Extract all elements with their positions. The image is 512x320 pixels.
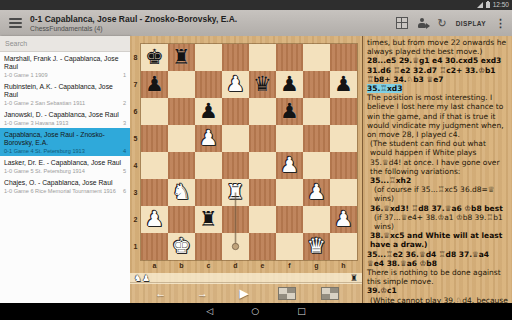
player-mode-icon[interactable] [417, 18, 428, 29]
game-list-item[interactable]: Lasker, Dr. E. - Capablanca, Jose Raul1-… [0, 156, 130, 176]
square-b5[interactable] [168, 125, 195, 152]
square-f8[interactable] [276, 44, 303, 71]
square-h5[interactable] [330, 125, 357, 152]
game-list: Marshall, Frank J. - Capablanca, Jose Ra… [0, 52, 130, 196]
game-result-event: 1-0 Game 2 San Sebastian 1911 [4, 100, 85, 106]
file-label-h: h [330, 261, 357, 271]
android-back-button[interactable]: ◁ [206, 303, 213, 320]
square-d6[interactable] [222, 98, 249, 125]
square-f7[interactable]: ♟ [276, 71, 303, 98]
square-h6[interactable] [330, 98, 357, 125]
square-a5[interactable] [141, 125, 168, 152]
game-title: Marshall, Frank J. - Capablanca, Jose Ra… [4, 55, 126, 71]
file-label-a: a [141, 261, 168, 271]
square-g7[interactable] [303, 71, 330, 98]
square-a2[interactable]: ♟ [141, 206, 168, 233]
move-text-line[interactable]: 36.♕xd3! ♖d8 37.♕a6 ♔b8 best [367, 204, 508, 213]
comment-text-line[interactable]: (if 37...♕e4+ 38.♔a1 ♔b8 39.♖b1 wins) [367, 213, 508, 231]
comment-text-line[interactable]: (The student can find out what would hap… [367, 139, 508, 176]
white-pawn-piece: ♟ [280, 152, 299, 179]
black-rook-piece: ♜ [172, 44, 191, 71]
current-move-highlight[interactable]: 35.♖xd3 [367, 84, 402, 93]
chess-board[interactable]: ♚♜♟♟♛♟♟♟♟♟♟♞♜♟♟♜♟♚♛ [141, 44, 357, 260]
status-bar: 12:50 [0, 0, 512, 10]
main-content: Search Marshall, Frank J. - Capablanca, … [0, 36, 512, 303]
square-g6[interactable] [303, 98, 330, 125]
chessboard-icon-button-1[interactable] [278, 287, 296, 300]
game-index: 1 [123, 72, 126, 78]
square-g8[interactable] [303, 44, 330, 71]
square-g4[interactable] [303, 152, 330, 179]
android-home-button[interactable]: ○ [251, 303, 259, 320]
rank-label-2: 2 [130, 206, 141, 233]
prev-move-button[interactable]: ← [153, 283, 169, 303]
game-result-event: 1-0 Game 5 St. Petersburg 1914 [4, 168, 85, 174]
display-button[interactable]: DISPLAY [456, 20, 486, 27]
file-labels: abcdefgh [141, 261, 357, 271]
app-header: 0-1 Capablanca, Jose Raul - Znosko-Borov… [0, 10, 512, 37]
square-e5[interactable] [249, 125, 276, 152]
square-e1[interactable] [249, 233, 276, 260]
move-text-line[interactable]: 35.♖xd3 [367, 84, 508, 93]
white-pawn-piece: ♟ [334, 206, 353, 233]
white-knight-piece: ♞ [172, 179, 191, 206]
android-recents-button[interactable]: □ [297, 303, 306, 320]
square-b8[interactable]: ♜ [168, 44, 195, 71]
square-d4[interactable] [222, 152, 249, 179]
square-g3[interactable]: ♟ [303, 179, 330, 206]
engine-analysis-icon[interactable]: ↻ [437, 18, 446, 29]
square-h8[interactable] [330, 44, 357, 71]
square-c7[interactable] [195, 71, 222, 98]
square-c6[interactable]: ♟ [195, 98, 222, 125]
black-pawn-piece: ♟ [280, 98, 299, 125]
square-b2[interactable] [168, 206, 195, 233]
move-text-line[interactable]: 35...♖xh2 [367, 176, 508, 185]
board-view-icon[interactable] [396, 17, 408, 29]
comment-text-line[interactable]: (of course if 35...♖xc5 36.d8=♕ wins) [367, 185, 508, 203]
game-title: Janowski, D. - Capablanca, Jose Raul [4, 111, 126, 119]
square-h2[interactable]: ♟ [330, 206, 357, 233]
game-result-event: 1-0 Game 3 Havana 1913 [4, 120, 68, 126]
notation-panel[interactable]: times, but from move 22 onwards he alway… [362, 36, 512, 303]
file-label-g: g [303, 261, 330, 271]
square-d1[interactable] [222, 233, 249, 260]
chess-pgn-app-screen: 12:50 0-1 Capablanca, Jose Raul - Znosko… [0, 0, 512, 320]
square-f4[interactable]: ♟ [276, 152, 303, 179]
rank-label-4: 4 [130, 152, 141, 179]
rank-label-7: 7 [130, 71, 141, 98]
rank-label-1: 1 [130, 233, 141, 260]
game-list-item[interactable]: Rubinstein, A.K. - Capablanca, Jose Raul… [0, 80, 130, 108]
square-h1[interactable] [330, 233, 357, 260]
square-c2[interactable]: ♜ [195, 206, 222, 233]
comment-text-line[interactable]: There is nothing to be done against this… [367, 268, 508, 286]
white-pawn-piece: ♟ [145, 206, 164, 233]
file-label-c: c [195, 261, 222, 271]
game-title: Rubinstein, A.K. - Capablanca, Jose Raul [4, 83, 126, 99]
move-text-line[interactable]: 28...e5 29.♕g1 e4 30.cxd5 exd3 31.d6 ♖e2… [367, 56, 508, 84]
square-g2[interactable] [303, 206, 330, 233]
black-queen-piece: ♛ [253, 71, 272, 98]
comment-text-line[interactable]: (White cannot play 39.♘d4, because 39...… [367, 296, 508, 303]
white-pawn-piece: ♟ [199, 125, 218, 152]
white-pawn-piece: ♟ [307, 179, 326, 206]
game-title: Capablanca, Jose Raul - Znosko-Borovsky,… [4, 131, 126, 147]
square-b4[interactable] [168, 152, 195, 179]
square-a7[interactable]: ♟ [141, 71, 168, 98]
square-c4[interactable] [195, 152, 222, 179]
square-h4[interactable] [330, 152, 357, 179]
move-text-line[interactable]: 35...♖e2 36.♕d4 ♖d8 37.♕a4 ♕e4 38.♕a6 ♔b… [367, 250, 508, 268]
game-result-event: 1-0 Game 1 1909 [4, 72, 48, 78]
black-pawn-piece: ♟ [199, 98, 218, 125]
game-title: Lasker, Dr. E. - Capablanca, Jose Raul [4, 159, 126, 167]
square-e6[interactable] [249, 98, 276, 125]
square-e8[interactable] [249, 44, 276, 71]
square-a4[interactable] [141, 152, 168, 179]
white-king-piece: ♚ [172, 233, 191, 260]
android-nav-bar: ◁○□ [0, 303, 512, 320]
white-pawn-piece: ♟ [226, 71, 245, 98]
square-f1[interactable] [276, 233, 303, 260]
comment-text-line[interactable]: times, but from move 22 onwards he alway… [367, 38, 508, 56]
comment-text-line[interactable]: The position is most interesting. I beli… [367, 93, 508, 139]
rank-label-5: 5 [130, 125, 141, 152]
game-index: 2 [123, 100, 126, 106]
game-list-item[interactable]: Janowski, D. - Capablanca, Jose Raul1-0 … [0, 108, 130, 128]
square-b1[interactable]: ♚ [168, 233, 195, 260]
battery-icon [486, 2, 490, 8]
square-a1[interactable] [141, 233, 168, 260]
square-a6[interactable] [141, 98, 168, 125]
square-b3[interactable]: ♞ [168, 179, 195, 206]
file-label-f: f [276, 261, 303, 271]
file-label-e: e [249, 261, 276, 271]
menu-icon[interactable] [9, 18, 22, 28]
square-d5[interactable] [222, 125, 249, 152]
black-pawn-piece: ♟ [280, 71, 299, 98]
square-h7[interactable]: ♟ [330, 71, 357, 98]
move-navigation-toolbar: ←→▶ [130, 282, 362, 303]
next-move-button[interactable]: → [194, 283, 210, 303]
rank-labels: 87654321 [130, 44, 141, 260]
black-pawn-piece: ♟ [334, 71, 353, 98]
square-f5[interactable] [276, 125, 303, 152]
white-rook-piece: ♜ [226, 179, 245, 206]
square-d8[interactable] [222, 44, 249, 71]
square-e7[interactable]: ♛ [249, 71, 276, 98]
white-queen-piece: ♛ [307, 233, 326, 260]
square-b6[interactable] [168, 98, 195, 125]
square-c8[interactable] [195, 44, 222, 71]
game-index: 3 [123, 120, 126, 126]
chessboard-icon-button-2[interactable] [321, 287, 339, 300]
game-result-event: 0-1 Game 4 St. Petersburg 1913 [4, 148, 85, 154]
clock: 12:50 [493, 0, 509, 10]
square-c3[interactable] [195, 179, 222, 206]
board-panel: 87654321 ♚♜♟♟♛♟♟♟♟♟♟♞♜♟♟♜♟♚♛ abcdefgh ♞♟… [130, 36, 362, 303]
game-index: 5 [123, 168, 126, 174]
square-a3[interactable] [141, 179, 168, 206]
rank-label-6: 6 [130, 98, 141, 125]
square-e4[interactable] [249, 152, 276, 179]
game-index: 4 [123, 148, 126, 154]
autoplay-button[interactable]: ▶ [236, 283, 252, 303]
square-g5[interactable] [303, 125, 330, 152]
square-e3[interactable] [249, 179, 276, 206]
square-d7[interactable]: ♟ [222, 71, 249, 98]
game-result-event: 1-0 Game 6 Rice Memorial Tournament 1916 [4, 188, 116, 194]
square-b7[interactable] [168, 71, 195, 98]
square-d3[interactable]: ♜ [222, 179, 249, 206]
game-list-sidebar: Search Marshall, Frank J. - Capablanca, … [0, 36, 130, 303]
black-king-piece: ♚ [145, 44, 164, 71]
game-list-item[interactable]: Marshall, Frank J. - Capablanca, Jose Ra… [0, 52, 130, 80]
file-label-d: d [222, 261, 249, 271]
signal-icon [477, 2, 483, 8]
rank-label-8: 8 [130, 44, 141, 71]
page-title: 0-1 Capablanca, Jose Raul - Znosko-Borov… [30, 14, 396, 24]
file-label-b: b [168, 261, 195, 271]
move-text-line[interactable]: 39.♔c1 [367, 286, 508, 295]
move-text-line[interactable]: 38.♕xc5 and White will at least have a d… [367, 231, 508, 249]
square-g1[interactable]: ♛ [303, 233, 330, 260]
square-f2[interactable] [276, 206, 303, 233]
square-f6[interactable]: ♟ [276, 98, 303, 125]
rank-label-3: 3 [130, 179, 141, 206]
black-rook-piece: ♜ [199, 206, 218, 233]
square-c5[interactable]: ♟ [195, 125, 222, 152]
square-e2[interactable] [249, 206, 276, 233]
square-a8[interactable]: ♚ [141, 44, 168, 71]
page-subtitle: ChessFundamentals (4) [30, 25, 396, 32]
game-list-item[interactable]: Capablanca, Jose Raul - Znosko-Borovsky,… [0, 128, 130, 156]
black-pawn-piece: ♟ [145, 71, 164, 98]
game-list-item[interactable]: Chajes, O. - Capablanca, Jose Raul1-0 Ga… [0, 176, 130, 196]
game-index: 6 [123, 188, 126, 194]
square-h3[interactable] [330, 179, 357, 206]
search-input[interactable]: Search [0, 36, 130, 52]
square-d2[interactable] [222, 206, 249, 233]
square-c1[interactable] [195, 233, 222, 260]
square-f3[interactable] [276, 179, 303, 206]
overflow-menu-icon[interactable]: ⋮ [495, 18, 506, 29]
game-title: Chajes, O. - Capablanca, Jose Raul [4, 179, 126, 187]
